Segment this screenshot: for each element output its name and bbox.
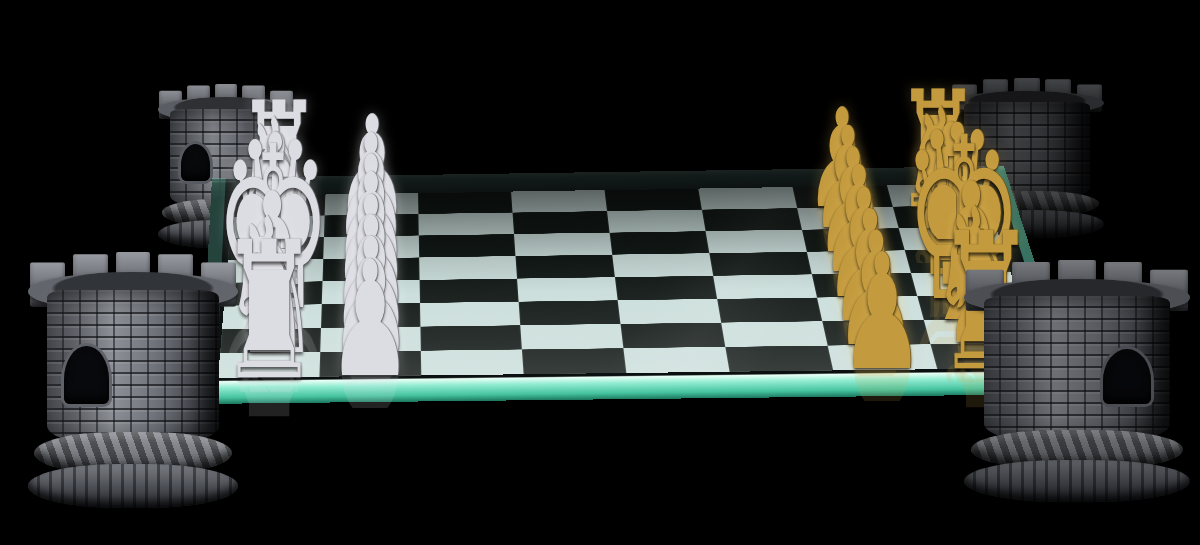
board-square [514, 233, 612, 256]
board-square [792, 186, 892, 209]
board-square [325, 193, 419, 215]
tower-base [28, 436, 238, 508]
board-square [319, 351, 421, 377]
board-square [612, 253, 713, 277]
tower-body [47, 290, 219, 444]
board-square [807, 250, 911, 274]
board-square [320, 327, 421, 352]
board-square [418, 192, 512, 214]
board-square [717, 298, 822, 323]
board-square [420, 302, 520, 327]
board-square [822, 320, 930, 346]
board-square [419, 234, 516, 257]
board-square [230, 215, 325, 238]
board-square [224, 281, 323, 305]
tower-window [1103, 349, 1151, 404]
board-square [231, 195, 325, 217]
board-square [513, 211, 610, 234]
board-square [323, 257, 420, 281]
tower-window [181, 144, 210, 181]
board-square [725, 346, 833, 372]
board-square [812, 273, 917, 298]
corner-tower-front-right [964, 260, 1190, 502]
board-square [421, 349, 524, 375]
board-square [418, 213, 514, 236]
board-square [709, 252, 812, 276]
board-square [517, 277, 618, 301]
board-square [420, 279, 519, 303]
board-square [420, 325, 521, 350]
board-square [887, 184, 989, 207]
board-square [323, 235, 419, 258]
board-square [419, 256, 517, 280]
tower-body [984, 296, 1169, 441]
board-square [515, 255, 614, 279]
board-square [702, 208, 802, 231]
board-square [605, 189, 702, 212]
tower-base [964, 434, 1190, 502]
board-square [706, 230, 807, 254]
board-square [802, 228, 905, 252]
board-square [893, 205, 996, 228]
corner-tower-front-left [28, 252, 238, 508]
tower-window [64, 346, 109, 404]
board-square [899, 227, 1003, 251]
board-square [817, 296, 924, 321]
board-square [698, 187, 797, 210]
board-square [522, 348, 626, 374]
board-square [610, 231, 710, 254]
board-square [321, 303, 420, 328]
board-square [607, 210, 706, 233]
board-square [797, 207, 899, 230]
board-square [618, 299, 722, 324]
board-square [828, 344, 938, 370]
scene-caption: Medieval knight chess set: silver and go… [0, 0, 1, 1]
board-square [615, 276, 717, 300]
board-square [519, 300, 621, 325]
chess-set-photo: Medieval knight chess set: silver and go… [0, 0, 1200, 545]
board-square [520, 324, 623, 350]
board-square [623, 347, 729, 373]
chessboard-grid [218, 184, 1042, 378]
board-square [322, 280, 420, 304]
board-square [511, 190, 607, 213]
board-square [324, 214, 419, 237]
board-square [228, 237, 324, 260]
board-square [226, 259, 323, 283]
board-square [620, 323, 725, 349]
board-square [721, 321, 828, 347]
board-square [713, 274, 817, 299]
